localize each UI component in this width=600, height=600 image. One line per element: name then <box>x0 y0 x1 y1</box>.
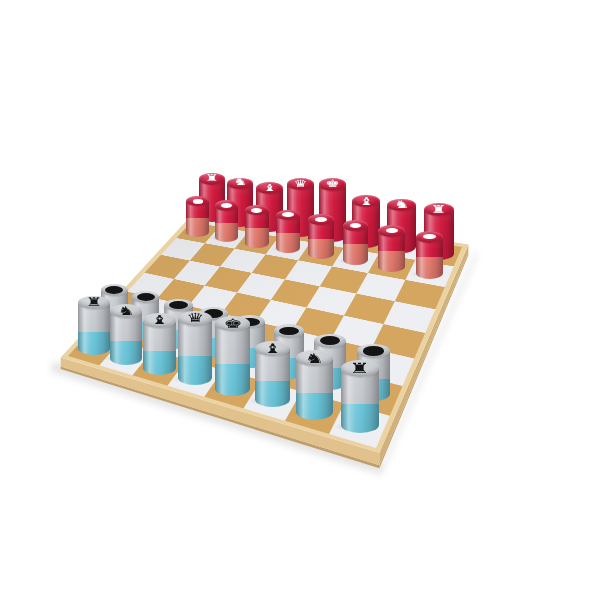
piece-top-face: ♞ <box>296 350 333 366</box>
piece-top-face: ♝ <box>256 182 283 194</box>
piece-top-face: ♝ <box>143 313 176 328</box>
piece-body <box>78 302 109 355</box>
piece-body <box>343 225 369 265</box>
bishop-glyph-icon: ♝ <box>359 196 374 207</box>
piece-red-pawn-a7[interactable] <box>186 196 209 237</box>
piece-body <box>378 231 405 272</box>
knight-glyph-icon: ♞ <box>117 305 134 317</box>
piece-top-face: ♚ <box>319 178 347 190</box>
piece-top-face: ♜ <box>78 296 109 310</box>
piece-top-face: ♜ <box>341 360 379 377</box>
knight-glyph-icon: ♞ <box>233 178 247 188</box>
bishop-glyph-icon: ♝ <box>263 342 282 355</box>
pawn-dot-icon <box>423 234 436 240</box>
knight-glyph-icon: ♞ <box>394 200 410 211</box>
piece-red-pawn-c7[interactable] <box>245 205 269 248</box>
pawn-dot-icon <box>251 208 262 213</box>
piece-silver-rook-h1[interactable]: ♜ <box>341 360 379 433</box>
pawn-dot-icon <box>282 212 293 217</box>
piece-silver-bishop-f1[interactable]: ♝ <box>255 341 291 408</box>
queen-glyph-icon: ♛ <box>293 179 308 189</box>
pawn-dot-icon <box>137 293 155 301</box>
pawn-dot-icon <box>193 199 204 204</box>
piece-top-face: ♛ <box>287 178 314 190</box>
piece-top-face <box>416 231 443 243</box>
piece-silver-king-e1[interactable]: ♚ <box>215 316 250 397</box>
piece-top-face: ♞ <box>227 178 253 189</box>
piece-top-face <box>378 225 405 237</box>
chess-set-photo: ♜♞♝♛♚♝♞♜♜♞♝♛♚♝♞♜ <box>0 0 600 600</box>
pawn-dot-icon <box>221 203 232 208</box>
piece-body <box>255 348 291 407</box>
piece-body <box>308 220 333 259</box>
piece-top-face: ♞ <box>110 304 142 318</box>
piece-top-face <box>101 284 128 296</box>
piece-silver-knight-g1[interactable]: ♞ <box>296 350 333 421</box>
piece-body <box>296 358 333 420</box>
piece-body <box>178 319 212 385</box>
piece-top-face <box>274 324 305 338</box>
piece-body <box>245 210 269 248</box>
piece-top-face <box>314 334 346 348</box>
piece-red-pawn-e7[interactable] <box>308 214 333 259</box>
piece-body <box>186 201 209 237</box>
king-glyph-icon: ♚ <box>223 317 242 330</box>
piece-body <box>215 323 250 396</box>
rook-glyph-icon: ♜ <box>349 361 370 375</box>
pawn-dot-icon <box>363 346 385 355</box>
piece-red-pawn-h7[interactable] <box>416 231 443 280</box>
piece-top-face <box>215 200 239 210</box>
piece-silver-rook-a1[interactable]: ♜ <box>78 296 109 356</box>
pawn-dot-icon <box>169 301 188 309</box>
piece-silver-bishop-c1[interactable]: ♝ <box>143 313 176 375</box>
queen-glyph-icon: ♛ <box>186 312 204 325</box>
piece-top-face <box>343 220 369 231</box>
piece-body <box>143 320 176 374</box>
pawn-dot-icon <box>279 327 299 336</box>
piece-silver-queen-d1[interactable]: ♛ <box>178 311 212 385</box>
piece-body <box>110 311 142 365</box>
piece-body <box>276 215 301 253</box>
bishop-glyph-icon: ♝ <box>263 183 277 193</box>
piece-red-pawn-f7[interactable] <box>343 220 369 266</box>
pawn-dot-icon <box>105 286 123 294</box>
piece-top-face: ♜ <box>199 173 224 184</box>
pieces-layer: ♜♞♝♛♚♝♞♜♜♞♝♛♚♝♞♜ <box>0 0 600 600</box>
rook-glyph-icon: ♜ <box>86 297 103 309</box>
pawn-dot-icon <box>386 228 398 233</box>
rook-glyph-icon: ♜ <box>205 174 219 183</box>
piece-silver-knight-b1[interactable]: ♞ <box>110 304 142 365</box>
knight-glyph-icon: ♞ <box>305 351 325 365</box>
piece-top-face: ♜ <box>424 203 454 216</box>
piece-top-face <box>357 344 390 358</box>
piece-red-pawn-d7[interactable] <box>276 210 301 254</box>
pawn-dot-icon <box>350 223 362 228</box>
piece-red-pawn-b7[interactable] <box>215 200 239 242</box>
piece-body <box>416 236 443 278</box>
piece-body <box>341 368 379 433</box>
bishop-glyph-icon: ♝ <box>151 314 169 326</box>
piece-body <box>215 206 239 243</box>
piece-red-pawn-g7[interactable] <box>378 225 405 272</box>
king-glyph-icon: ♚ <box>325 179 340 189</box>
pawn-dot-icon <box>315 217 327 222</box>
rook-glyph-icon: ♜ <box>431 204 447 215</box>
pawn-dot-icon <box>320 336 341 345</box>
piece-top-face: ♚ <box>215 316 250 331</box>
